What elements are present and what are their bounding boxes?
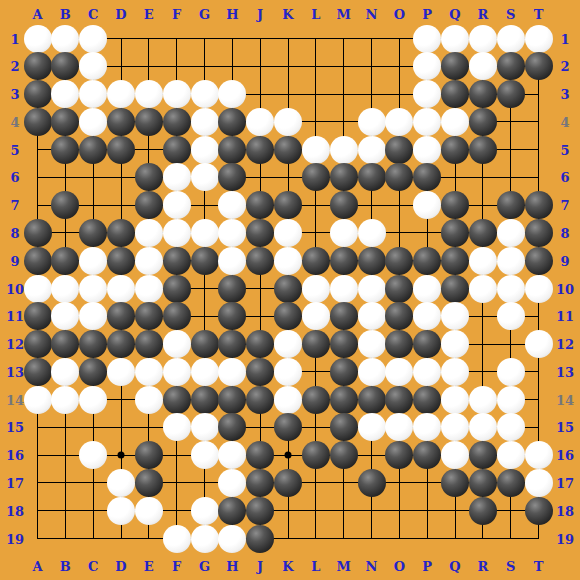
point-D17[interactable] — [107, 469, 135, 497]
point-B13[interactable] — [51, 358, 79, 386]
point-S11[interactable] — [497, 302, 525, 330]
point-J7[interactable] — [246, 191, 274, 219]
point-G7[interactable] — [191, 191, 219, 219]
point-S16[interactable] — [497, 441, 525, 469]
point-S17[interactable] — [497, 469, 525, 497]
point-L14[interactable] — [302, 386, 330, 414]
point-E17[interactable] — [135, 469, 163, 497]
point-C18[interactable] — [79, 497, 107, 525]
point-K2[interactable] — [274, 52, 302, 80]
point-S8[interactable] — [497, 219, 525, 247]
point-C1[interactable] — [79, 25, 107, 53]
point-L4[interactable] — [302, 108, 330, 136]
point-M13[interactable] — [330, 358, 358, 386]
point-E7[interactable] — [135, 191, 163, 219]
point-A19[interactable] — [24, 525, 52, 553]
point-L6[interactable] — [302, 163, 330, 191]
point-G6[interactable] — [191, 163, 219, 191]
point-P1[interactable] — [413, 25, 441, 53]
point-G15[interactable] — [191, 413, 219, 441]
point-E12[interactable] — [135, 330, 163, 358]
point-N4[interactable] — [358, 108, 386, 136]
point-D16[interactable] — [107, 441, 135, 469]
point-D13[interactable] — [107, 358, 135, 386]
point-R3[interactable] — [469, 80, 497, 108]
point-Q19[interactable] — [441, 525, 469, 553]
point-T7[interactable] — [525, 191, 553, 219]
point-O11[interactable] — [385, 302, 413, 330]
point-F6[interactable] — [163, 163, 191, 191]
point-H8[interactable] — [218, 219, 246, 247]
point-Q18[interactable] — [441, 497, 469, 525]
point-O5[interactable] — [385, 136, 413, 164]
point-B14[interactable] — [51, 386, 79, 414]
point-G13[interactable] — [191, 358, 219, 386]
point-G16[interactable] — [191, 441, 219, 469]
point-K3[interactable] — [274, 80, 302, 108]
point-Q11[interactable] — [441, 302, 469, 330]
point-A18[interactable] — [24, 497, 52, 525]
point-F1[interactable] — [163, 25, 191, 53]
point-H15[interactable] — [218, 413, 246, 441]
point-M12[interactable] — [330, 330, 358, 358]
point-O3[interactable] — [385, 80, 413, 108]
point-L17[interactable] — [302, 469, 330, 497]
point-E13[interactable] — [135, 358, 163, 386]
point-K10[interactable] — [274, 275, 302, 303]
point-B5[interactable] — [51, 136, 79, 164]
point-R14[interactable] — [469, 386, 497, 414]
point-Q12[interactable] — [441, 330, 469, 358]
point-T4[interactable] — [525, 108, 553, 136]
point-T16[interactable] — [525, 441, 553, 469]
point-E3[interactable] — [135, 80, 163, 108]
point-T11[interactable] — [525, 302, 553, 330]
point-K14[interactable] — [274, 386, 302, 414]
point-M2[interactable] — [330, 52, 358, 80]
point-Q8[interactable] — [441, 219, 469, 247]
point-N1[interactable] — [358, 25, 386, 53]
point-A8[interactable] — [24, 219, 52, 247]
point-J8[interactable] — [246, 219, 274, 247]
point-F16[interactable] — [163, 441, 191, 469]
point-O4[interactable] — [385, 108, 413, 136]
point-O10[interactable] — [385, 275, 413, 303]
point-O1[interactable] — [385, 25, 413, 53]
point-B15[interactable] — [51, 413, 79, 441]
point-J3[interactable] — [246, 80, 274, 108]
point-P12[interactable] — [413, 330, 441, 358]
point-N16[interactable] — [358, 441, 386, 469]
point-B8[interactable] — [51, 219, 79, 247]
point-K15[interactable] — [274, 413, 302, 441]
point-A4[interactable] — [24, 108, 52, 136]
point-G3[interactable] — [191, 80, 219, 108]
point-D6[interactable] — [107, 163, 135, 191]
point-O14[interactable] — [385, 386, 413, 414]
point-H9[interactable] — [218, 247, 246, 275]
point-T8[interactable] — [525, 219, 553, 247]
point-Q10[interactable] — [441, 275, 469, 303]
point-C4[interactable] — [79, 108, 107, 136]
point-L15[interactable] — [302, 413, 330, 441]
point-D14[interactable] — [107, 386, 135, 414]
point-A6[interactable] — [24, 163, 52, 191]
point-M9[interactable] — [330, 247, 358, 275]
point-R1[interactable] — [469, 25, 497, 53]
point-N8[interactable] — [358, 219, 386, 247]
point-J9[interactable] — [246, 247, 274, 275]
point-M15[interactable] — [330, 413, 358, 441]
point-Q16[interactable] — [441, 441, 469, 469]
point-C14[interactable] — [79, 386, 107, 414]
point-A9[interactable] — [24, 247, 52, 275]
point-C7[interactable] — [79, 191, 107, 219]
point-N19[interactable] — [358, 525, 386, 553]
point-C11[interactable] — [79, 302, 107, 330]
point-E11[interactable] — [135, 302, 163, 330]
point-P17[interactable] — [413, 469, 441, 497]
point-P9[interactable] — [413, 247, 441, 275]
point-S12[interactable] — [497, 330, 525, 358]
point-J19[interactable] — [246, 525, 274, 553]
point-S5[interactable] — [497, 136, 525, 164]
point-P11[interactable] — [413, 302, 441, 330]
point-P19[interactable] — [413, 525, 441, 553]
point-G12[interactable] — [191, 330, 219, 358]
point-E1[interactable] — [135, 25, 163, 53]
point-R8[interactable] — [469, 219, 497, 247]
point-O15[interactable] — [385, 413, 413, 441]
point-S15[interactable] — [497, 413, 525, 441]
point-H7[interactable] — [218, 191, 246, 219]
point-T18[interactable] — [525, 497, 553, 525]
point-T2[interactable] — [525, 52, 553, 80]
point-K7[interactable] — [274, 191, 302, 219]
point-C10[interactable] — [79, 275, 107, 303]
point-L1[interactable] — [302, 25, 330, 53]
point-K19[interactable] — [274, 525, 302, 553]
point-R15[interactable] — [469, 413, 497, 441]
point-N12[interactable] — [358, 330, 386, 358]
point-Q7[interactable] — [441, 191, 469, 219]
point-S10[interactable] — [497, 275, 525, 303]
point-J2[interactable] — [246, 52, 274, 80]
point-F10[interactable] — [163, 275, 191, 303]
point-T10[interactable] — [525, 275, 553, 303]
point-B17[interactable] — [51, 469, 79, 497]
point-L18[interactable] — [302, 497, 330, 525]
point-N2[interactable] — [358, 52, 386, 80]
point-M11[interactable] — [330, 302, 358, 330]
point-B1[interactable] — [51, 25, 79, 53]
point-B12[interactable] — [51, 330, 79, 358]
point-H5[interactable] — [218, 136, 246, 164]
point-N3[interactable] — [358, 80, 386, 108]
point-L7[interactable] — [302, 191, 330, 219]
point-D12[interactable] — [107, 330, 135, 358]
point-E8[interactable] — [135, 219, 163, 247]
point-F11[interactable] — [163, 302, 191, 330]
point-C15[interactable] — [79, 413, 107, 441]
point-D18[interactable] — [107, 497, 135, 525]
point-T14[interactable] — [525, 386, 553, 414]
point-F19[interactable] — [163, 525, 191, 553]
point-J4[interactable] — [246, 108, 274, 136]
point-S14[interactable] — [497, 386, 525, 414]
point-E14[interactable] — [135, 386, 163, 414]
point-T17[interactable] — [525, 469, 553, 497]
point-J5[interactable] — [246, 136, 274, 164]
point-F7[interactable] — [163, 191, 191, 219]
point-E6[interactable] — [135, 163, 163, 191]
point-T3[interactable] — [525, 80, 553, 108]
point-P18[interactable] — [413, 497, 441, 525]
point-A1[interactable] — [24, 25, 52, 53]
point-Q4[interactable] — [441, 108, 469, 136]
point-Q17[interactable] — [441, 469, 469, 497]
point-P2[interactable] — [413, 52, 441, 80]
point-A7[interactable] — [24, 191, 52, 219]
point-B4[interactable] — [51, 108, 79, 136]
point-P14[interactable] — [413, 386, 441, 414]
point-K13[interactable] — [274, 358, 302, 386]
point-J15[interactable] — [246, 413, 274, 441]
point-J1[interactable] — [246, 25, 274, 53]
point-D19[interactable] — [107, 525, 135, 553]
point-L2[interactable] — [302, 52, 330, 80]
point-J11[interactable] — [246, 302, 274, 330]
point-A17[interactable] — [24, 469, 52, 497]
point-S1[interactable] — [497, 25, 525, 53]
point-S3[interactable] — [497, 80, 525, 108]
point-S9[interactable] — [497, 247, 525, 275]
point-K6[interactable] — [274, 163, 302, 191]
point-A11[interactable] — [24, 302, 52, 330]
point-M8[interactable] — [330, 219, 358, 247]
point-Q6[interactable] — [441, 163, 469, 191]
point-R19[interactable] — [469, 525, 497, 553]
point-F15[interactable] — [163, 413, 191, 441]
point-K12[interactable] — [274, 330, 302, 358]
point-P3[interactable] — [413, 80, 441, 108]
point-L11[interactable] — [302, 302, 330, 330]
point-K8[interactable] — [274, 219, 302, 247]
point-Q3[interactable] — [441, 80, 469, 108]
point-Q5[interactable] — [441, 136, 469, 164]
point-L13[interactable] — [302, 358, 330, 386]
point-P10[interactable] — [413, 275, 441, 303]
point-G19[interactable] — [191, 525, 219, 553]
point-C13[interactable] — [79, 358, 107, 386]
point-N10[interactable] — [358, 275, 386, 303]
point-R6[interactable] — [469, 163, 497, 191]
point-F18[interactable] — [163, 497, 191, 525]
point-D10[interactable] — [107, 275, 135, 303]
point-O12[interactable] — [385, 330, 413, 358]
point-T12[interactable] — [525, 330, 553, 358]
point-N7[interactable] — [358, 191, 386, 219]
point-F17[interactable] — [163, 469, 191, 497]
point-K16[interactable] — [274, 441, 302, 469]
point-N11[interactable] — [358, 302, 386, 330]
point-O18[interactable] — [385, 497, 413, 525]
point-F12[interactable] — [163, 330, 191, 358]
point-B11[interactable] — [51, 302, 79, 330]
point-E9[interactable] — [135, 247, 163, 275]
point-M19[interactable] — [330, 525, 358, 553]
point-M17[interactable] — [330, 469, 358, 497]
point-D4[interactable] — [107, 108, 135, 136]
point-E15[interactable] — [135, 413, 163, 441]
point-A16[interactable] — [24, 441, 52, 469]
point-O7[interactable] — [385, 191, 413, 219]
point-B10[interactable] — [51, 275, 79, 303]
point-J10[interactable] — [246, 275, 274, 303]
point-E18[interactable] — [135, 497, 163, 525]
point-L5[interactable] — [302, 136, 330, 164]
point-H3[interactable] — [218, 80, 246, 108]
point-D7[interactable] — [107, 191, 135, 219]
point-L12[interactable] — [302, 330, 330, 358]
point-B3[interactable] — [51, 80, 79, 108]
point-K18[interactable] — [274, 497, 302, 525]
point-D5[interactable] — [107, 136, 135, 164]
point-B7[interactable] — [51, 191, 79, 219]
point-K9[interactable] — [274, 247, 302, 275]
point-H11[interactable] — [218, 302, 246, 330]
point-N6[interactable] — [358, 163, 386, 191]
point-H6[interactable] — [218, 163, 246, 191]
point-R12[interactable] — [469, 330, 497, 358]
point-P8[interactable] — [413, 219, 441, 247]
point-E16[interactable] — [135, 441, 163, 469]
point-O13[interactable] — [385, 358, 413, 386]
point-R11[interactable] — [469, 302, 497, 330]
point-R7[interactable] — [469, 191, 497, 219]
point-T5[interactable] — [525, 136, 553, 164]
point-M7[interactable] — [330, 191, 358, 219]
point-P5[interactable] — [413, 136, 441, 164]
point-J6[interactable] — [246, 163, 274, 191]
point-N17[interactable] — [358, 469, 386, 497]
point-Q13[interactable] — [441, 358, 469, 386]
point-G17[interactable] — [191, 469, 219, 497]
point-T6[interactable] — [525, 163, 553, 191]
point-L8[interactable] — [302, 219, 330, 247]
point-B19[interactable] — [51, 525, 79, 553]
point-J14[interactable] — [246, 386, 274, 414]
point-A5[interactable] — [24, 136, 52, 164]
point-L3[interactable] — [302, 80, 330, 108]
point-J12[interactable] — [246, 330, 274, 358]
point-H4[interactable] — [218, 108, 246, 136]
point-O8[interactable] — [385, 219, 413, 247]
point-L10[interactable] — [302, 275, 330, 303]
point-L9[interactable] — [302, 247, 330, 275]
point-A10[interactable] — [24, 275, 52, 303]
point-B9[interactable] — [51, 247, 79, 275]
point-F9[interactable] — [163, 247, 191, 275]
point-B16[interactable] — [51, 441, 79, 469]
point-F3[interactable] — [163, 80, 191, 108]
point-R2[interactable] — [469, 52, 497, 80]
point-K1[interactable] — [274, 25, 302, 53]
point-P6[interactable] — [413, 163, 441, 191]
point-H1[interactable] — [218, 25, 246, 53]
point-R4[interactable] — [469, 108, 497, 136]
point-S2[interactable] — [497, 52, 525, 80]
point-G11[interactable] — [191, 302, 219, 330]
point-K11[interactable] — [274, 302, 302, 330]
point-C19[interactable] — [79, 525, 107, 553]
point-H18[interactable] — [218, 497, 246, 525]
point-Q1[interactable] — [441, 25, 469, 53]
point-H14[interactable] — [218, 386, 246, 414]
point-S4[interactable] — [497, 108, 525, 136]
point-A14[interactable] — [24, 386, 52, 414]
point-N5[interactable] — [358, 136, 386, 164]
point-Q2[interactable] — [441, 52, 469, 80]
point-K4[interactable] — [274, 108, 302, 136]
point-Q9[interactable] — [441, 247, 469, 275]
point-N13[interactable] — [358, 358, 386, 386]
point-D2[interactable] — [107, 52, 135, 80]
point-C3[interactable] — [79, 80, 107, 108]
point-M1[interactable] — [330, 25, 358, 53]
point-G4[interactable] — [191, 108, 219, 136]
point-H19[interactable] — [218, 525, 246, 553]
point-D1[interactable] — [107, 25, 135, 53]
point-B2[interactable] — [51, 52, 79, 80]
point-R5[interactable] — [469, 136, 497, 164]
point-E5[interactable] — [135, 136, 163, 164]
point-O2[interactable] — [385, 52, 413, 80]
point-G14[interactable] — [191, 386, 219, 414]
point-O19[interactable] — [385, 525, 413, 553]
point-J16[interactable] — [246, 441, 274, 469]
point-A15[interactable] — [24, 413, 52, 441]
point-M18[interactable] — [330, 497, 358, 525]
point-G9[interactable] — [191, 247, 219, 275]
point-O17[interactable] — [385, 469, 413, 497]
point-G2[interactable] — [191, 52, 219, 80]
point-M14[interactable] — [330, 386, 358, 414]
point-P13[interactable] — [413, 358, 441, 386]
point-J13[interactable] — [246, 358, 274, 386]
point-O6[interactable] — [385, 163, 413, 191]
point-K5[interactable] — [274, 136, 302, 164]
point-O16[interactable] — [385, 441, 413, 469]
point-T1[interactable] — [525, 25, 553, 53]
point-T15[interactable] — [525, 413, 553, 441]
point-C9[interactable] — [79, 247, 107, 275]
point-C8[interactable] — [79, 219, 107, 247]
point-C6[interactable] — [79, 163, 107, 191]
point-J17[interactable] — [246, 469, 274, 497]
point-D3[interactable] — [107, 80, 135, 108]
point-C16[interactable] — [79, 441, 107, 469]
point-A2[interactable] — [24, 52, 52, 80]
point-A12[interactable] — [24, 330, 52, 358]
point-Q14[interactable] — [441, 386, 469, 414]
point-E19[interactable] — [135, 525, 163, 553]
point-F4[interactable] — [163, 108, 191, 136]
point-G10[interactable] — [191, 275, 219, 303]
point-P4[interactable] — [413, 108, 441, 136]
point-M6[interactable] — [330, 163, 358, 191]
point-S18[interactable] — [497, 497, 525, 525]
